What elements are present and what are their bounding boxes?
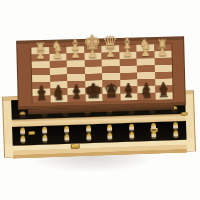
piece-black-bishop: ♝ [122, 85, 136, 100]
piece-black-knight: ♞ [52, 88, 65, 102]
board-square: ♛ [103, 94, 121, 101]
board-square [119, 66, 137, 73]
board-square [137, 65, 155, 72]
board-square [32, 68, 50, 75]
piece-black-queen: ♛ [103, 82, 120, 100]
piece-black-rook: ♜ [158, 86, 170, 99]
board-square [67, 67, 85, 74]
board-square [102, 59, 120, 66]
piece-white-pawn: ♟ [158, 46, 168, 57]
piece-white-pawn: ♟ [123, 47, 133, 58]
piece-black-rook: ♜ [35, 89, 47, 102]
board-square: ♜ [33, 95, 51, 102]
board-square: ♝ [120, 93, 138, 100]
piece-white-pawn: ♟ [53, 49, 63, 60]
piece-white-pawn: ♟ [88, 48, 98, 59]
board-square: ♝ [68, 95, 86, 102]
piece-white-pawn: ♟ [140, 47, 150, 58]
board-square [84, 66, 102, 73]
piece-white-pawn: ♟ [105, 48, 115, 59]
board-square [154, 58, 172, 65]
board-square [154, 65, 172, 72]
piece-black-bishop: ♝ [69, 86, 83, 101]
board-frame: ♜♞♝♚♛♝♞♜♟♟♟♟♟♟♟♟♟♟♟♟♟♟♟♟♜♞♝♚♛♝♞♜ [16, 36, 186, 110]
board-square: ♚ [85, 94, 103, 101]
board-square: ♞ [50, 95, 68, 102]
chess-board: ♜♞♝♚♛♝♞♜♟♟♟♟♟♟♟♟♟♟♟♟♟♟♟♟♜♞♝♚♛♝♞♜ [15, 0, 187, 160]
board-square [102, 66, 120, 73]
board-square: ♜ [155, 92, 173, 99]
piece-black-king: ♚ [84, 81, 102, 101]
piece-white-pawn: ♟ [70, 49, 80, 60]
piece-white-pawn: ♟ [35, 50, 45, 61]
board-grid: ♜♞♝♚♛♝♞♜♟♟♟♟♟♟♟♟♟♟♟♟♟♟♟♟♜♞♝♚♛♝♞♜ [30, 43, 173, 103]
piece-black-knight: ♞ [140, 85, 153, 99]
board-square: ♞ [138, 93, 156, 100]
product-photo: ♜♞♝♚♛♝♞♜♟♟♟♟♟♟♟♟♟♟♟♟♟♟♟♟♜♞♝♚♛♝♞♜ [0, 0, 200, 200]
board-square [49, 67, 67, 74]
